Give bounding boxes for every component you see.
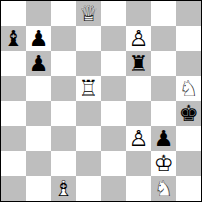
square-e2[interactable]: [101, 151, 126, 176]
square-g6[interactable]: [151, 51, 176, 76]
square-f3[interactable]: ♟♙: [126, 126, 151, 151]
square-f5[interactable]: [126, 76, 151, 101]
chess-board-frame: ♛♕♝♟♟♙♟♜♜♖♞♘♚♟♙♟♚♔♝♗♞♘: [0, 0, 202, 202]
white-king-piece-fill: ♚: [151, 151, 176, 176]
square-a4[interactable]: [1, 101, 26, 126]
white-knight-piece: ♘: [176, 76, 201, 101]
square-g7[interactable]: [151, 26, 176, 51]
square-h2[interactable]: [176, 151, 201, 176]
square-d5[interactable]: ♜♖: [76, 76, 101, 101]
square-d2[interactable]: [76, 151, 101, 176]
square-e7[interactable]: [101, 26, 126, 51]
square-f7[interactable]: ♟♙: [126, 26, 151, 51]
square-b5[interactable]: [26, 76, 51, 101]
square-d1[interactable]: [76, 176, 101, 201]
white-queen-piece: ♕: [76, 1, 101, 26]
square-a2[interactable]: [1, 151, 26, 176]
square-c7[interactable]: [51, 26, 76, 51]
square-a3[interactable]: [1, 126, 26, 151]
square-a1[interactable]: [1, 176, 26, 201]
square-e8[interactable]: [101, 1, 126, 26]
square-b4[interactable]: [26, 101, 51, 126]
square-b3[interactable]: [26, 126, 51, 151]
square-e6[interactable]: [101, 51, 126, 76]
square-e4[interactable]: [101, 101, 126, 126]
square-b7[interactable]: ♟: [26, 26, 51, 51]
white-pawn-piece: ♙: [126, 26, 151, 51]
square-e1[interactable]: [101, 176, 126, 201]
square-g1[interactable]: ♞♘: [151, 176, 176, 201]
black-pawn-piece: ♟: [151, 126, 176, 151]
square-h6[interactable]: [176, 51, 201, 76]
square-h3[interactable]: [176, 126, 201, 151]
square-a8[interactable]: [1, 1, 26, 26]
square-h1[interactable]: [176, 176, 201, 201]
square-f6[interactable]: ♜: [126, 51, 151, 76]
black-rook-piece: ♜: [126, 51, 151, 76]
square-c1[interactable]: ♝♗: [51, 176, 76, 201]
square-c3[interactable]: [51, 126, 76, 151]
white-bishop-piece: ♗: [51, 176, 76, 201]
square-h4[interactable]: ♚: [176, 101, 201, 126]
square-a7[interactable]: ♝: [1, 26, 26, 51]
white-rook-piece-fill: ♜: [76, 76, 101, 101]
square-c6[interactable]: [51, 51, 76, 76]
square-g8[interactable]: [151, 1, 176, 26]
square-b6[interactable]: ♟: [26, 51, 51, 76]
square-f1[interactable]: [126, 176, 151, 201]
square-g3[interactable]: ♟: [151, 126, 176, 151]
square-d8[interactable]: ♛♕: [76, 1, 101, 26]
black-pawn-piece: ♟: [26, 51, 51, 76]
square-e3[interactable]: [101, 126, 126, 151]
white-king-piece: ♔: [151, 151, 176, 176]
square-d3[interactable]: [76, 126, 101, 151]
square-f2[interactable]: [126, 151, 151, 176]
square-e5[interactable]: [101, 76, 126, 101]
white-knight-piece-fill: ♞: [151, 176, 176, 201]
square-a6[interactable]: [1, 51, 26, 76]
square-g2[interactable]: ♚♔: [151, 151, 176, 176]
square-b1[interactable]: [26, 176, 51, 201]
square-c8[interactable]: [51, 1, 76, 26]
square-h8[interactable]: [176, 1, 201, 26]
black-king-piece: ♚: [176, 101, 201, 126]
white-pawn-piece-fill: ♟: [126, 26, 151, 51]
white-pawn-piece: ♙: [126, 126, 151, 151]
white-bishop-piece-fill: ♝: [51, 176, 76, 201]
square-c4[interactable]: [51, 101, 76, 126]
square-a5[interactable]: [1, 76, 26, 101]
square-d6[interactable]: [76, 51, 101, 76]
white-queen-piece-fill: ♛: [76, 1, 101, 26]
square-f8[interactable]: [126, 1, 151, 26]
square-c2[interactable]: [51, 151, 76, 176]
chess-board: ♛♕♝♟♟♙♟♜♜♖♞♘♚♟♙♟♚♔♝♗♞♘: [1, 1, 201, 201]
black-pawn-piece: ♟: [26, 26, 51, 51]
square-b8[interactable]: [26, 1, 51, 26]
square-d4[interactable]: [76, 101, 101, 126]
square-h5[interactable]: ♞♘: [176, 76, 201, 101]
square-f4[interactable]: [126, 101, 151, 126]
square-d7[interactable]: [76, 26, 101, 51]
square-h7[interactable]: [176, 26, 201, 51]
white-knight-piece-fill: ♞: [176, 76, 201, 101]
square-g5[interactable]: [151, 76, 176, 101]
white-rook-piece: ♖: [76, 76, 101, 101]
white-pawn-piece-fill: ♟: [126, 126, 151, 151]
white-knight-piece: ♘: [151, 176, 176, 201]
square-b2[interactable]: [26, 151, 51, 176]
square-c5[interactable]: [51, 76, 76, 101]
square-g4[interactable]: [151, 101, 176, 126]
black-bishop-piece: ♝: [1, 26, 26, 51]
